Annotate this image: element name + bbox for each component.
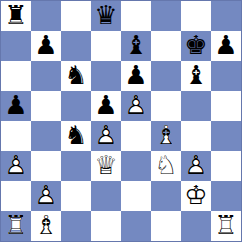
square-b3[interactable] [31, 151, 61, 181]
square-h6[interactable] [211, 61, 241, 91]
square-c8[interactable] [61, 1, 91, 31]
square-b6[interactable] [31, 61, 61, 91]
square-h3[interactable] [211, 151, 241, 181]
piece-outline: ♔ [181, 180, 211, 210]
black-queen-d8[interactable]: ♛ [91, 1, 121, 31]
black-bishop-e7[interactable]: ♝ [121, 31, 151, 61]
square-g3[interactable]: ♟♙ [181, 151, 211, 181]
square-f6[interactable] [151, 61, 181, 91]
square-f4[interactable]: ♝♗ [151, 121, 181, 151]
square-a4[interactable] [1, 121, 31, 151]
white-rook-h1[interactable]: ♜♖ [211, 211, 241, 241]
square-a5[interactable]: ♟ [1, 91, 31, 121]
square-a1[interactable]: ♜♖ [1, 211, 31, 241]
square-f8[interactable] [151, 1, 181, 31]
square-e7[interactable]: ♝ [121, 31, 151, 61]
white-rook-a1[interactable]: ♜♖ [1, 211, 31, 241]
piece-glyph: ♟ [31, 30, 61, 60]
black-rook-a8[interactable]: ♜ [1, 1, 31, 31]
piece-outline: ♖ [211, 210, 241, 240]
square-d2[interactable] [91, 181, 121, 211]
square-c5[interactable] [61, 91, 91, 121]
square-f1[interactable] [151, 211, 181, 241]
piece-glyph: ♞ [61, 120, 91, 150]
square-e6[interactable]: ♟ [121, 61, 151, 91]
square-c1[interactable] [61, 211, 91, 241]
square-b7[interactable]: ♟ [31, 31, 61, 61]
piece-outline: ♙ [1, 150, 31, 180]
square-a2[interactable] [1, 181, 31, 211]
square-h1[interactable]: ♜♖ [211, 211, 241, 241]
white-queen-d3[interactable]: ♛♕ [91, 151, 121, 181]
black-pawn-b7[interactable]: ♟ [31, 31, 61, 61]
square-d6[interactable] [91, 61, 121, 91]
square-e8[interactable] [121, 1, 151, 31]
square-b5[interactable] [31, 91, 61, 121]
white-bishop-f4[interactable]: ♝♗ [151, 121, 181, 151]
square-c3[interactable] [61, 151, 91, 181]
square-g7[interactable]: ♚ [181, 31, 211, 61]
white-pawn-d4[interactable]: ♟♙ [91, 121, 121, 151]
white-bishop-b1[interactable]: ♝♗ [31, 211, 61, 241]
white-pawn-a3[interactable]: ♟♙ [1, 151, 31, 181]
piece-outline: ♙ [91, 120, 121, 150]
square-d7[interactable] [91, 31, 121, 61]
square-b8[interactable] [31, 1, 61, 31]
square-f3[interactable]: ♞♘ [151, 151, 181, 181]
square-d8[interactable]: ♛ [91, 1, 121, 31]
square-g4[interactable] [181, 121, 211, 151]
square-h2[interactable] [211, 181, 241, 211]
piece-glyph: ♛ [91, 0, 121, 30]
white-knight-f3[interactable]: ♞♘ [151, 151, 181, 181]
black-pawn-d5[interactable]: ♟ [91, 91, 121, 121]
square-f7[interactable] [151, 31, 181, 61]
square-h5[interactable] [211, 91, 241, 121]
square-c6[interactable]: ♞ [61, 61, 91, 91]
square-a7[interactable] [1, 31, 31, 61]
piece-outline: ♘ [151, 150, 181, 180]
square-g8[interactable] [181, 1, 211, 31]
square-e3[interactable] [121, 151, 151, 181]
square-h8[interactable] [211, 1, 241, 31]
square-d1[interactable] [91, 211, 121, 241]
square-f5[interactable] [151, 91, 181, 121]
square-a8[interactable]: ♜ [1, 1, 31, 31]
black-pawn-h7[interactable]: ♟ [211, 31, 241, 61]
square-c4[interactable]: ♞ [61, 121, 91, 151]
piece-outline: ♗ [31, 210, 61, 240]
black-knight-c6[interactable]: ♞ [61, 61, 91, 91]
piece-glyph: ♝ [121, 30, 151, 60]
black-pawn-e6[interactable]: ♟ [121, 61, 151, 91]
black-bishop-g6[interactable]: ♝ [181, 61, 211, 91]
square-d3[interactable]: ♛♕ [91, 151, 121, 181]
square-e4[interactable] [121, 121, 151, 151]
square-b1[interactable]: ♝♗ [31, 211, 61, 241]
piece-glyph: ♜ [1, 0, 31, 30]
piece-glyph: ♚ [181, 30, 211, 60]
piece-outline: ♙ [31, 180, 61, 210]
square-c7[interactable] [61, 31, 91, 61]
square-g6[interactable]: ♝ [181, 61, 211, 91]
black-king-g7[interactable]: ♚ [181, 31, 211, 61]
piece-outline: ♙ [121, 90, 151, 120]
white-pawn-e5[interactable]: ♟♙ [121, 91, 151, 121]
square-e5[interactable]: ♟♙ [121, 91, 151, 121]
square-b2[interactable]: ♟♙ [31, 181, 61, 211]
square-c2[interactable] [61, 181, 91, 211]
white-pawn-g3[interactable]: ♟♙ [181, 151, 211, 181]
square-h7[interactable]: ♟ [211, 31, 241, 61]
black-knight-c4[interactable]: ♞ [61, 121, 91, 151]
piece-outline: ♙ [181, 150, 211, 180]
piece-glyph: ♝ [181, 60, 211, 90]
piece-outline: ♗ [151, 120, 181, 150]
square-g5[interactable] [181, 91, 211, 121]
square-b4[interactable] [31, 121, 61, 151]
piece-glyph: ♞ [61, 60, 91, 90]
square-e2[interactable] [121, 181, 151, 211]
square-a6[interactable] [1, 61, 31, 91]
white-king-g2[interactable]: ♚♔ [181, 181, 211, 211]
piece-outline: ♖ [1, 210, 31, 240]
square-e1[interactable] [121, 211, 151, 241]
square-g1[interactable] [181, 211, 211, 241]
square-g2[interactable]: ♚♔ [181, 181, 211, 211]
square-d4[interactable]: ♟♙ [91, 121, 121, 151]
square-d5[interactable]: ♟ [91, 91, 121, 121]
square-f2[interactable] [151, 181, 181, 211]
white-pawn-b2[interactable]: ♟♙ [31, 181, 61, 211]
piece-glyph: ♟ [91, 90, 121, 120]
piece-glyph: ♟ [211, 30, 241, 60]
square-h4[interactable] [211, 121, 241, 151]
chess-board: ♜♛♟♝♚♟♞♟♝♟♟♟♙♞♟♙♝♗♟♙♛♕♞♘♟♙♟♙♚♔♜♖♝♗♜♖ [0, 0, 242, 242]
piece-glyph: ♟ [121, 60, 151, 90]
piece-glyph: ♟ [1, 90, 31, 120]
black-pawn-a5[interactable]: ♟ [1, 91, 31, 121]
piece-outline: ♕ [91, 150, 121, 180]
square-a3[interactable]: ♟♙ [1, 151, 31, 181]
